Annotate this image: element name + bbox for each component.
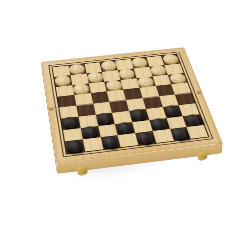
cell[interactable]: [65, 139, 85, 153]
cell[interactable]: [100, 135, 120, 149]
checkers-board-box: [41, 47, 222, 163]
cell[interactable]: [76, 104, 95, 117]
cell[interactable]: [146, 107, 166, 120]
piece-dark[interactable]: [115, 121, 134, 134]
cell[interactable]: [115, 122, 135, 136]
piece-dark[interactable]: [81, 125, 100, 138]
cell[interactable]: [187, 125, 208, 139]
cell[interactable]: [83, 137, 103, 151]
brass-clasp-left: [77, 166, 87, 174]
cell[interactable]: [118, 133, 139, 147]
cell[interactable]: [166, 116, 187, 129]
cell[interactable]: [57, 95, 76, 107]
piece-light[interactable]: [72, 83, 90, 94]
cell[interactable]: [132, 120, 152, 133]
cell[interactable]: [183, 114, 204, 127]
brass-clasp-right: [197, 151, 207, 159]
brass-hinge-right-icon: [196, 90, 201, 93]
piece-dark[interactable]: [96, 112, 115, 125]
cell[interactable]: [80, 126, 100, 140]
cell[interactable]: [129, 109, 149, 122]
cell[interactable]: [59, 106, 78, 119]
cell[interactable]: [126, 98, 146, 111]
cell[interactable]: [135, 131, 156, 145]
scene: [48, 22, 204, 178]
cell[interactable]: [78, 115, 98, 128]
brass-hinge-left-icon: [49, 107, 54, 111]
piece-dark[interactable]: [129, 108, 148, 120]
cell[interactable]: [61, 117, 80, 130]
cell[interactable]: [170, 127, 191, 141]
cell[interactable]: [152, 129, 173, 143]
cell[interactable]: [93, 102, 112, 115]
cell[interactable]: [109, 100, 129, 113]
cell[interactable]: [179, 103, 200, 116]
piece-dark[interactable]: [135, 131, 155, 144]
piece-light[interactable]: [168, 72, 187, 83]
cell[interactable]: [162, 105, 182, 118]
piece-dark[interactable]: [183, 114, 203, 127]
cell[interactable]: [63, 128, 83, 142]
piece-dark[interactable]: [170, 127, 190, 140]
cell[interactable]: [112, 111, 132, 124]
piece-dark[interactable]: [65, 139, 84, 153]
piece-dark[interactable]: [61, 116, 79, 129]
photo-background: [0, 0, 235, 235]
cell[interactable]: [95, 113, 115, 126]
cell[interactable]: [98, 124, 118, 138]
piece-dark[interactable]: [101, 135, 121, 148]
piece-dark[interactable]: [149, 117, 169, 130]
cell[interactable]: [149, 118, 170, 131]
piece-dark[interactable]: [163, 105, 182, 117]
